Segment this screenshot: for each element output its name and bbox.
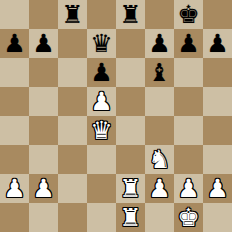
piece-white-rook[interactable]: ♜	[119, 203, 141, 232]
piece-white-pawn[interactable]: ♟	[177, 174, 199, 203]
square-h4[interactable]	[203, 116, 232, 145]
square-e1[interactable]: ♜	[116, 203, 145, 232]
square-e5[interactable]	[116, 87, 145, 116]
square-e3[interactable]	[116, 145, 145, 174]
square-d8[interactable]	[87, 0, 116, 29]
square-f4[interactable]	[145, 116, 174, 145]
square-c5[interactable]	[58, 87, 87, 116]
square-a8[interactable]	[0, 0, 29, 29]
square-a5[interactable]	[0, 87, 29, 116]
square-c4[interactable]	[58, 116, 87, 145]
square-h1[interactable]	[203, 203, 232, 232]
square-b2[interactable]: ♟	[29, 174, 58, 203]
square-a6[interactable]	[0, 58, 29, 87]
square-c7[interactable]	[58, 29, 87, 58]
piece-black-pawn[interactable]: ♟	[32, 29, 54, 58]
square-c1[interactable]	[58, 203, 87, 232]
square-g7[interactable]: ♟	[174, 29, 203, 58]
piece-black-pawn[interactable]: ♟	[148, 29, 170, 58]
piece-black-rook[interactable]: ♜	[119, 0, 141, 29]
square-d6[interactable]: ♟	[87, 58, 116, 87]
square-g6[interactable]	[174, 58, 203, 87]
piece-white-pawn[interactable]: ♟	[90, 87, 112, 116]
piece-white-queen[interactable]: ♛	[90, 116, 112, 145]
piece-white-rook[interactable]: ♜	[119, 174, 141, 203]
square-h2[interactable]: ♟	[203, 174, 232, 203]
square-e2[interactable]: ♜	[116, 174, 145, 203]
square-a1[interactable]	[0, 203, 29, 232]
piece-white-pawn[interactable]: ♟	[206, 174, 228, 203]
square-g4[interactable]	[174, 116, 203, 145]
square-c3[interactable]	[58, 145, 87, 174]
piece-black-queen[interactable]: ♛	[90, 29, 112, 58]
square-e6[interactable]	[116, 58, 145, 87]
square-h5[interactable]	[203, 87, 232, 116]
square-a2[interactable]: ♟	[0, 174, 29, 203]
piece-white-pawn[interactable]: ♟	[32, 174, 54, 203]
piece-white-pawn[interactable]: ♟	[148, 174, 170, 203]
square-f3[interactable]: ♞	[145, 145, 174, 174]
piece-black-pawn[interactable]: ♟	[3, 29, 25, 58]
square-c6[interactable]	[58, 58, 87, 87]
chess-board: ♜♜♚♟♟♛♟♟♟♟♝♟♛♞♟♟♜♟♟♟♜♚	[0, 0, 232, 232]
square-d1[interactable]	[87, 203, 116, 232]
square-f8[interactable]	[145, 0, 174, 29]
square-h6[interactable]	[203, 58, 232, 87]
square-b3[interactable]	[29, 145, 58, 174]
square-g5[interactable]	[174, 87, 203, 116]
square-g8[interactable]: ♚	[174, 0, 203, 29]
square-g3[interactable]	[174, 145, 203, 174]
square-d7[interactable]: ♛	[87, 29, 116, 58]
square-a7[interactable]: ♟	[0, 29, 29, 58]
square-a4[interactable]	[0, 116, 29, 145]
piece-black-rook[interactable]: ♜	[61, 0, 83, 29]
square-e4[interactable]	[116, 116, 145, 145]
square-c8[interactable]: ♜	[58, 0, 87, 29]
square-b4[interactable]	[29, 116, 58, 145]
square-a3[interactable]	[0, 145, 29, 174]
square-d4[interactable]: ♛	[87, 116, 116, 145]
square-h8[interactable]	[203, 0, 232, 29]
square-f6[interactable]: ♝	[145, 58, 174, 87]
square-g2[interactable]: ♟	[174, 174, 203, 203]
square-b6[interactable]	[29, 58, 58, 87]
square-f5[interactable]	[145, 87, 174, 116]
piece-black-pawn[interactable]: ♟	[177, 29, 199, 58]
square-b7[interactable]: ♟	[29, 29, 58, 58]
square-f1[interactable]	[145, 203, 174, 232]
square-h7[interactable]: ♟	[203, 29, 232, 58]
square-d3[interactable]	[87, 145, 116, 174]
piece-black-bishop[interactable]: ♝	[148, 58, 170, 87]
square-b5[interactable]	[29, 87, 58, 116]
piece-black-king[interactable]: ♚	[177, 0, 199, 29]
square-f2[interactable]: ♟	[145, 174, 174, 203]
square-b1[interactable]	[29, 203, 58, 232]
piece-white-king[interactable]: ♚	[177, 203, 199, 232]
square-g1[interactable]: ♚	[174, 203, 203, 232]
square-d5[interactable]: ♟	[87, 87, 116, 116]
square-b8[interactable]	[29, 0, 58, 29]
piece-white-knight[interactable]: ♞	[148, 145, 170, 174]
piece-black-pawn[interactable]: ♟	[90, 58, 112, 87]
square-d2[interactable]	[87, 174, 116, 203]
square-e7[interactable]	[116, 29, 145, 58]
piece-black-pawn[interactable]: ♟	[206, 29, 228, 58]
square-h3[interactable]	[203, 145, 232, 174]
square-f7[interactable]: ♟	[145, 29, 174, 58]
piece-white-pawn[interactable]: ♟	[3, 174, 25, 203]
square-e8[interactable]: ♜	[116, 0, 145, 29]
square-c2[interactable]	[58, 174, 87, 203]
